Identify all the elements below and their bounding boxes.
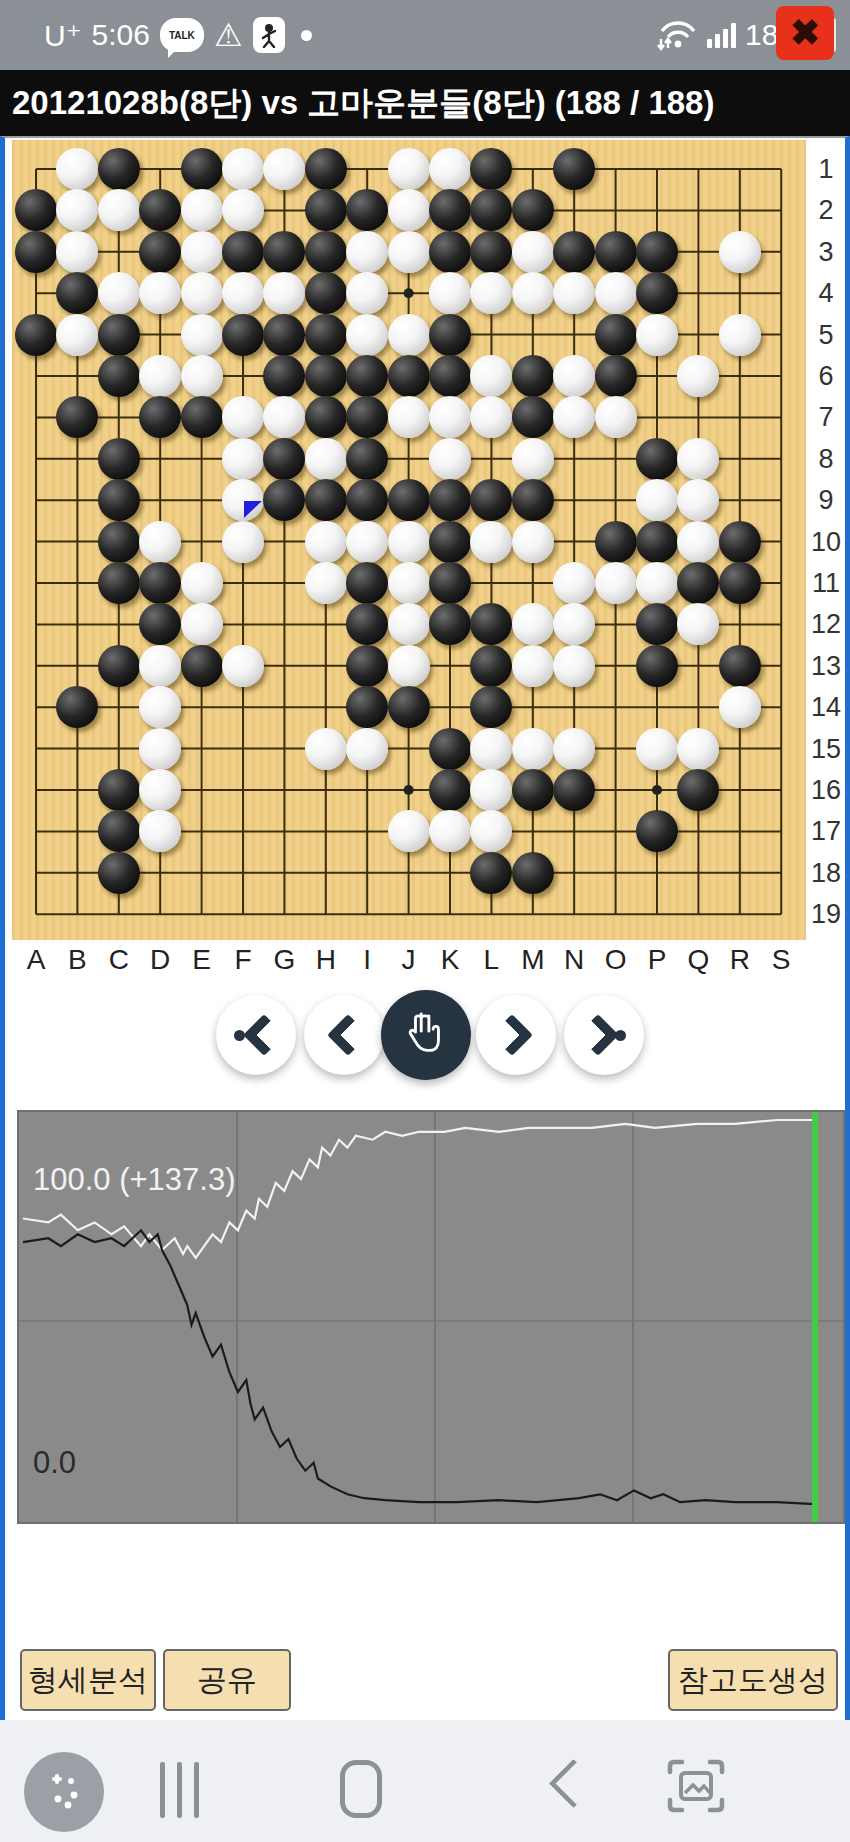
stone-black — [636, 521, 678, 563]
stone-black — [595, 231, 637, 273]
stone-black — [346, 355, 388, 397]
column-label: A — [21, 944, 51, 976]
black-winrate-label: 0.0 — [33, 1445, 76, 1481]
column-label: P — [642, 944, 672, 976]
jump-to-start-button[interactable] — [216, 995, 296, 1075]
stone-black — [719, 562, 761, 604]
stone-black — [512, 479, 554, 521]
row-label: 15 — [809, 734, 843, 765]
stone-black — [470, 231, 512, 273]
stone-white — [98, 189, 140, 231]
stone-black — [98, 769, 140, 811]
column-label: O — [601, 944, 631, 976]
stone-white — [553, 645, 595, 687]
stone-black — [719, 645, 761, 687]
column-label: N — [559, 944, 589, 976]
stone-white — [139, 521, 181, 563]
stone-black — [15, 231, 57, 273]
winrate-graph-panel[interactable]: 100.0 (+137.3) 0.0 — [17, 1110, 845, 1524]
signal-bars-icon — [707, 22, 736, 48]
stone-black — [636, 231, 678, 273]
stone-black — [305, 479, 347, 521]
stone-black — [512, 769, 554, 811]
game-title: 20121028b(8단) vs 고마운분들(8단) (188 / 188) — [12, 81, 714, 126]
stone-white — [139, 728, 181, 770]
stone-white — [429, 438, 471, 480]
column-label: G — [269, 944, 299, 976]
stone-white — [181, 231, 223, 273]
stone-black — [139, 562, 181, 604]
stone-black — [429, 521, 471, 563]
wifi-direct-icon — [654, 17, 698, 53]
stone-black — [305, 231, 347, 273]
stone-white — [139, 645, 181, 687]
close-icon: ✖ — [790, 12, 820, 54]
stone-black — [636, 272, 678, 314]
hand-icon — [403, 1009, 449, 1061]
stone-white — [388, 148, 430, 190]
stone-black — [636, 645, 678, 687]
stone-black — [512, 396, 554, 438]
stone-black — [305, 396, 347, 438]
stone-white — [346, 728, 388, 770]
stone-black — [595, 314, 637, 356]
screenshot-icon — [664, 1756, 728, 1816]
stone-white — [636, 562, 678, 604]
stone-black — [181, 396, 223, 438]
stone-white — [181, 314, 223, 356]
kakaotalk-icon: TALK — [160, 18, 204, 52]
row-label: 3 — [809, 237, 843, 268]
stone-white — [677, 728, 719, 770]
stone-black — [98, 810, 140, 852]
stone-white — [470, 521, 512, 563]
column-label: J — [394, 944, 424, 976]
stone-white — [305, 562, 347, 604]
stone-black — [181, 645, 223, 687]
stone-white — [553, 355, 595, 397]
stone-white — [388, 810, 430, 852]
stone-black — [388, 355, 430, 397]
stone-black — [595, 355, 637, 397]
stone-white — [56, 231, 98, 273]
stone-black — [470, 645, 512, 687]
stone-white — [677, 438, 719, 480]
column-label: D — [145, 944, 175, 976]
row-label: 4 — [809, 278, 843, 309]
stone-white — [388, 231, 430, 273]
stone-white — [139, 355, 181, 397]
stone-white — [222, 521, 264, 563]
stone-black — [346, 562, 388, 604]
stone-black — [429, 769, 471, 811]
stone-black — [636, 438, 678, 480]
notification-dot — [301, 30, 312, 41]
warning-icon: ⚠ — [214, 19, 243, 51]
stone-white — [429, 272, 471, 314]
stone-black — [15, 314, 57, 356]
stone-white — [222, 148, 264, 190]
stone-white — [470, 728, 512, 770]
stone-white — [388, 314, 430, 356]
stone-black — [222, 231, 264, 273]
stone-white — [222, 645, 264, 687]
stone-black — [429, 562, 471, 604]
stone-white — [388, 645, 430, 687]
phone-screen: U⁺ 5:06 TALK ⚠ 18% 20121028b(8단) vs 고마운분… — [0, 0, 850, 1842]
row-label: 11 — [809, 568, 843, 599]
stone-black — [222, 314, 264, 356]
stone-white — [56, 314, 98, 356]
stone-black — [98, 479, 140, 521]
row-label: 16 — [809, 775, 843, 806]
stone-white — [595, 562, 637, 604]
row-label: 12 — [809, 609, 843, 640]
stone-black — [388, 479, 430, 521]
row-label: 5 — [809, 320, 843, 351]
row-label: 17 — [809, 816, 843, 847]
column-label: S — [766, 944, 796, 976]
stone-black — [98, 852, 140, 894]
stone-white — [429, 148, 471, 190]
stone-white — [181, 603, 223, 645]
stone-white — [512, 231, 554, 273]
stone-white — [553, 562, 595, 604]
stone-black — [181, 148, 223, 190]
row-label: 8 — [809, 444, 843, 475]
stone-white — [512, 521, 554, 563]
stone-white — [346, 231, 388, 273]
stone-white — [512, 603, 554, 645]
row-label: 6 — [809, 361, 843, 392]
recents-button[interactable] — [160, 1762, 199, 1818]
stone-white — [388, 562, 430, 604]
column-label: L — [476, 944, 506, 976]
stone-black — [98, 438, 140, 480]
stone-white — [636, 728, 678, 770]
stone-black — [512, 189, 554, 231]
stone-black — [388, 686, 430, 728]
column-label: E — [187, 944, 217, 976]
close-button[interactable]: ✖ — [776, 6, 834, 60]
stone-black — [305, 355, 347, 397]
person-badge-icon — [253, 17, 285, 53]
column-label: B — [62, 944, 92, 976]
go-board[interactable] — [12, 140, 806, 940]
stone-black — [512, 852, 554, 894]
stone-white — [181, 189, 223, 231]
column-label: Q — [683, 944, 713, 976]
stone-white — [305, 521, 347, 563]
stone-black — [139, 231, 181, 273]
dot-icon — [234, 1030, 245, 1041]
row-label: 10 — [809, 527, 843, 558]
stone-black — [98, 148, 140, 190]
stone-black — [98, 645, 140, 687]
stone-black — [719, 521, 761, 563]
clock: 5:06 — [92, 18, 150, 52]
share-button[interactable]: 공유 — [163, 1649, 291, 1711]
stone-white — [305, 728, 347, 770]
carrier-label: U⁺ — [44, 18, 82, 53]
stone-black — [98, 355, 140, 397]
stone-black — [98, 314, 140, 356]
stone-white — [388, 603, 430, 645]
stone-black — [512, 355, 554, 397]
stone-white — [181, 355, 223, 397]
stone-black — [263, 314, 305, 356]
step-forward-button[interactable] — [476, 995, 556, 1075]
stone-black — [553, 148, 595, 190]
stone-white — [305, 438, 347, 480]
stone-white — [346, 314, 388, 356]
stone-black — [98, 562, 140, 604]
column-label: C — [104, 944, 134, 976]
title-bar: 20121028b(8단) vs 고마운분들(8단) (188 / 188) — [0, 70, 850, 136]
last-move-marker — [244, 501, 262, 518]
stone-black — [346, 438, 388, 480]
game-tools-button[interactable] — [24, 1752, 104, 1832]
stone-white — [512, 438, 554, 480]
stone-white — [139, 769, 181, 811]
stone-white — [388, 396, 430, 438]
stone-white — [719, 231, 761, 273]
stone-black — [305, 148, 347, 190]
stone-white — [512, 645, 554, 687]
stone-black — [429, 479, 471, 521]
home-button[interactable] — [340, 1760, 382, 1818]
stone-white — [388, 521, 430, 563]
row-label: 9 — [809, 485, 843, 516]
stone-white — [636, 314, 678, 356]
jump-to-end-button[interactable] — [564, 995, 644, 1075]
row-label: 13 — [809, 651, 843, 682]
chevron-right-icon — [576, 1014, 618, 1056]
stone-white — [553, 728, 595, 770]
stone-white — [512, 728, 554, 770]
stone-black — [470, 852, 512, 894]
row-label: 2 — [809, 195, 843, 226]
reference-diagram-button[interactable]: 참고도생성 — [668, 1649, 838, 1711]
row-label: 14 — [809, 692, 843, 723]
column-label: F — [228, 944, 258, 976]
step-back-button[interactable] — [304, 995, 384, 1075]
column-label: R — [725, 944, 755, 976]
stone-black — [553, 231, 595, 273]
stone-white — [181, 272, 223, 314]
stone-black — [553, 769, 595, 811]
row-label: 1 — [809, 154, 843, 185]
chevron-right-icon — [491, 1014, 533, 1056]
chevron-left-icon — [327, 1014, 369, 1056]
stone-black — [429, 355, 471, 397]
stone-black — [305, 189, 347, 231]
stone-white — [388, 189, 430, 231]
game-controller-icon — [41, 1769, 87, 1815]
stone-black — [305, 272, 347, 314]
stone-white — [595, 272, 637, 314]
row-label: 19 — [809, 899, 843, 930]
stone-white — [98, 272, 140, 314]
stone-black — [263, 231, 305, 273]
column-label: H — [311, 944, 341, 976]
stone-white — [719, 314, 761, 356]
white-winrate-label: 100.0 (+137.3) — [33, 1162, 236, 1198]
stone-white — [222, 438, 264, 480]
stone-black — [305, 314, 347, 356]
stone-white — [719, 686, 761, 728]
position-analysis-button[interactable]: 형세분석 — [20, 1649, 156, 1711]
stone-black — [98, 521, 140, 563]
row-label: 18 — [809, 858, 843, 889]
gesture-mode-button[interactable] — [381, 990, 471, 1080]
stone-black — [263, 438, 305, 480]
stone-black — [429, 231, 471, 273]
chevron-left-icon — [242, 1014, 284, 1056]
column-label: M — [518, 944, 548, 976]
stone-black — [595, 521, 637, 563]
stone-white — [346, 521, 388, 563]
status-bar: U⁺ 5:06 TALK ⚠ 18% — [0, 0, 850, 70]
stone-black — [346, 645, 388, 687]
stone-white — [512, 272, 554, 314]
stone-white — [636, 479, 678, 521]
column-label: K — [435, 944, 465, 976]
row-label: 7 — [809, 402, 843, 433]
stone-white — [222, 272, 264, 314]
column-label: I — [352, 944, 382, 976]
back-button[interactable] — [549, 1759, 598, 1808]
screenshot-button[interactable] — [664, 1756, 728, 1820]
stone-black — [429, 314, 471, 356]
stone-black — [429, 728, 471, 770]
stone-white — [595, 396, 637, 438]
system-nav-bar — [0, 1720, 850, 1842]
stone-white — [181, 562, 223, 604]
stone-white — [677, 521, 719, 563]
